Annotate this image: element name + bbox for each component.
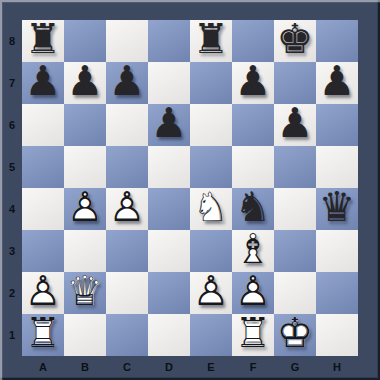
- square-e8[interactable]: ♜: [190, 20, 232, 62]
- square-f5[interactable]: [232, 146, 274, 188]
- square-h7[interactable]: ♟: [316, 62, 358, 104]
- square-g6[interactable]: ♟: [274, 104, 316, 146]
- square-a8[interactable]: ♜: [22, 20, 64, 62]
- file-label-c: C: [106, 356, 148, 378]
- square-c5[interactable]: [106, 146, 148, 188]
- square-g8[interactable]: ♚: [274, 20, 316, 62]
- square-f8[interactable]: [232, 20, 274, 62]
- square-f3[interactable]: ♝♗: [232, 230, 274, 272]
- black-pawn: ♟: [22, 62, 64, 104]
- square-d3[interactable]: [148, 230, 190, 272]
- square-b7[interactable]: ♟: [64, 62, 106, 104]
- square-g1[interactable]: ♚♔: [274, 314, 316, 356]
- square-f6[interactable]: [232, 104, 274, 146]
- white-queen: ♛♕: [64, 272, 106, 314]
- rank-label-7: 7: [2, 62, 22, 104]
- square-c1[interactable]: [106, 314, 148, 356]
- white-pawn: ♟♙: [190, 272, 232, 314]
- square-g2[interactable]: [274, 272, 316, 314]
- square-g3[interactable]: [274, 230, 316, 272]
- white-rook: ♜♖: [22, 314, 64, 356]
- file-label-d: D: [148, 356, 190, 378]
- square-a2[interactable]: ♟♙: [22, 272, 64, 314]
- square-h4[interactable]: ♛: [316, 188, 358, 230]
- square-e2[interactable]: ♟♙: [190, 272, 232, 314]
- rank-label-5: 5: [2, 146, 22, 188]
- file-label-b: B: [64, 356, 106, 378]
- square-h2[interactable]: [316, 272, 358, 314]
- square-h6[interactable]: [316, 104, 358, 146]
- square-h5[interactable]: [316, 146, 358, 188]
- white-pawn: ♟♙: [22, 272, 64, 314]
- square-c4[interactable]: ♟♙: [106, 188, 148, 230]
- black-rook: ♜: [190, 20, 232, 62]
- square-f4[interactable]: ♞: [232, 188, 274, 230]
- rank-label-4: 4: [2, 188, 22, 230]
- black-pawn: ♟: [232, 62, 274, 104]
- square-a5[interactable]: [22, 146, 64, 188]
- square-b5[interactable]: [64, 146, 106, 188]
- square-c6[interactable]: [106, 104, 148, 146]
- black-pawn: ♟: [316, 62, 358, 104]
- black-queen: ♛: [316, 188, 358, 230]
- rank-label-6: 6: [2, 104, 22, 146]
- black-knight: ♞: [232, 188, 274, 230]
- rank-label-8: 8: [2, 20, 22, 62]
- square-e5[interactable]: [190, 146, 232, 188]
- black-rook: ♜: [22, 20, 64, 62]
- square-g5[interactable]: [274, 146, 316, 188]
- white-bishop: ♝♗: [232, 230, 274, 272]
- square-d7[interactable]: [148, 62, 190, 104]
- square-a4[interactable]: [22, 188, 64, 230]
- square-e6[interactable]: [190, 104, 232, 146]
- square-h1[interactable]: [316, 314, 358, 356]
- white-king: ♚♔: [274, 314, 316, 356]
- rank-label-3: 3: [2, 230, 22, 272]
- square-d6[interactable]: ♟: [148, 104, 190, 146]
- square-e7[interactable]: [190, 62, 232, 104]
- square-f2[interactable]: ♟♙: [232, 272, 274, 314]
- square-d4[interactable]: [148, 188, 190, 230]
- black-pawn: ♟: [106, 62, 148, 104]
- rank-labels: 87654321: [2, 20, 22, 356]
- square-h8[interactable]: [316, 20, 358, 62]
- white-pawn: ♟♙: [232, 272, 274, 314]
- file-labels: ABCDEFGH: [22, 356, 358, 378]
- square-d2[interactable]: [148, 272, 190, 314]
- square-d1[interactable]: [148, 314, 190, 356]
- black-pawn: ♟: [148, 104, 190, 146]
- square-b8[interactable]: [64, 20, 106, 62]
- square-b1[interactable]: [64, 314, 106, 356]
- square-e1[interactable]: [190, 314, 232, 356]
- square-b6[interactable]: [64, 104, 106, 146]
- square-g4[interactable]: [274, 188, 316, 230]
- file-label-f: F: [232, 356, 274, 378]
- rank-label-2: 2: [2, 272, 22, 314]
- square-e4[interactable]: ♞♘: [190, 188, 232, 230]
- square-c7[interactable]: ♟: [106, 62, 148, 104]
- square-h3[interactable]: [316, 230, 358, 272]
- chess-board: ♜♜♚♟♟♟♟♟♟♟♟♙♟♙♞♘♞♛♝♗♟♙♛♕♟♙♟♙♜♖♜♖♚♔: [22, 20, 358, 356]
- chess-diagram: 87654321 ♜♜♚♟♟♟♟♟♟♟♟♙♟♙♞♘♞♛♝♗♟♙♛♕♟♙♟♙♜♖♜…: [0, 0, 380, 380]
- square-f7[interactable]: ♟: [232, 62, 274, 104]
- square-c8[interactable]: [106, 20, 148, 62]
- square-b2[interactable]: ♛♕: [64, 272, 106, 314]
- square-e3[interactable]: [190, 230, 232, 272]
- white-pawn: ♟♙: [64, 188, 106, 230]
- file-label-a: A: [22, 356, 64, 378]
- white-pawn: ♟♙: [106, 188, 148, 230]
- file-label-h: H: [316, 356, 358, 378]
- square-d5[interactable]: [148, 146, 190, 188]
- square-c3[interactable]: [106, 230, 148, 272]
- file-label-e: E: [190, 356, 232, 378]
- square-b4[interactable]: ♟♙: [64, 188, 106, 230]
- white-rook: ♜♖: [232, 314, 274, 356]
- black-king: ♚: [274, 20, 316, 62]
- square-a3[interactable]: [22, 230, 64, 272]
- square-c2[interactable]: [106, 272, 148, 314]
- square-a1[interactable]: ♜♖: [22, 314, 64, 356]
- square-f1[interactable]: ♜♖: [232, 314, 274, 356]
- square-b3[interactable]: [64, 230, 106, 272]
- square-d8[interactable]: [148, 20, 190, 62]
- black-pawn: ♟: [274, 104, 316, 146]
- square-g7[interactable]: [274, 62, 316, 104]
- white-knight: ♞♘: [190, 188, 232, 230]
- square-a7[interactable]: ♟: [22, 62, 64, 104]
- black-pawn: ♟: [64, 62, 106, 104]
- rank-label-1: 1: [2, 314, 22, 356]
- square-a6[interactable]: [22, 104, 64, 146]
- file-label-g: G: [274, 356, 316, 378]
